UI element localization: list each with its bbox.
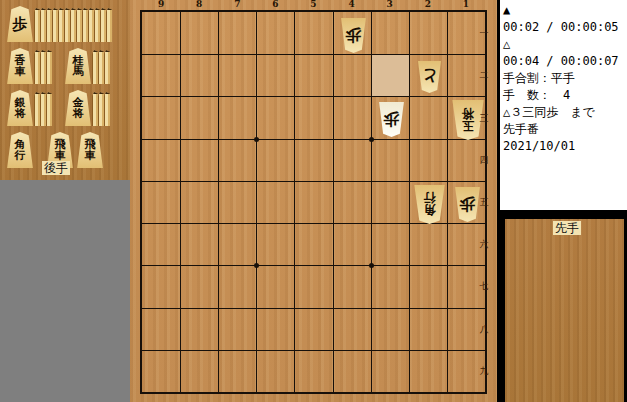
hand-piece-edge-歩 <box>106 8 112 42</box>
board-grid-line-v <box>371 12 372 392</box>
hand-piece-edge-歩 <box>100 8 106 42</box>
last-move-line: △３三同歩 まで <box>503 105 595 119</box>
board-grid-line-h <box>142 96 485 97</box>
rank-label-3: 三 <box>479 113 489 123</box>
hand-piece-edge-香 <box>34 50 40 84</box>
hand-piece-edge-金 <box>104 92 110 126</box>
gote-hand-row-1: 歩 <box>6 6 112 42</box>
hand-piece-edge-歩 <box>82 8 88 42</box>
piece-glyph: 飛車 <box>85 139 96 161</box>
board-grid-line-v <box>256 12 257 392</box>
gote-tray-label: 後手 <box>42 161 70 175</box>
shogi-app-window: 歩香車桂馬銀将金将角行飛車飛車 後手 歩と歩玉将角行歩 987654321一二三… <box>0 0 627 402</box>
rank-label-4: 四 <box>479 155 489 165</box>
board-star-point <box>369 263 374 268</box>
hand-piece-飛[interactable]: 飛車 <box>76 132 104 168</box>
hand-stack-銀-x4[interactable]: 銀将 <box>6 90 52 126</box>
board-star-point <box>254 137 259 142</box>
file-label-5: 5 <box>304 0 324 9</box>
sente-tray-label: 先手 <box>553 221 581 235</box>
piece-glyph: 歩 <box>13 16 28 32</box>
shogi-board[interactable]: 歩と歩玉将角行歩 <box>140 10 487 394</box>
gote-clock: 00:04 / 00:00:07 <box>503 54 619 68</box>
file-label-3: 3 <box>380 0 400 9</box>
hand-piece-edge-桂 <box>104 50 110 84</box>
game-info-panel: ▲ 00:02 / 00:00:05 △ 00:04 / 00:00:07 手合… <box>500 0 627 213</box>
sente-mark: ▲ <box>503 3 510 17</box>
hand-piece-edge-歩 <box>52 8 58 42</box>
rank-label-9: 九 <box>479 366 489 376</box>
rank-label-6: 六 <box>479 239 489 249</box>
file-label-6: 6 <box>265 0 285 9</box>
rank-label-1: 一 <box>479 28 489 38</box>
hand-stack-香-x4[interactable]: 香車 <box>6 48 52 84</box>
hand-piece-歩[interactable]: 歩 <box>6 6 34 42</box>
hand-piece-edge-銀 <box>40 92 46 126</box>
board-grid-line-h <box>142 265 485 266</box>
piece-glyph: 角行 <box>424 192 436 216</box>
hand-piece-edge-歩 <box>76 8 82 42</box>
board-piece-歩-1五[interactable]: 歩 <box>454 187 481 222</box>
board-star-point <box>369 137 374 142</box>
date-line: 2021/10/01 <box>503 139 575 153</box>
sente-clock: 00:02 / 00:00:05 <box>503 20 619 34</box>
hand-piece-金[interactable]: 金将 <box>64 90 92 126</box>
move-count-line: 手 数： 4 <box>503 88 570 102</box>
board-grid-line-h <box>142 54 485 55</box>
piece-glyph: 金将 <box>73 97 84 119</box>
hand-piece-edge-桂 <box>98 50 104 84</box>
hand-piece-桂[interactable]: 桂馬 <box>64 48 92 84</box>
hand-piece-銀[interactable]: 銀将 <box>6 90 34 126</box>
info-column: ▲ 00:02 / 00:00:05 △ 00:04 / 00:00:07 手合… <box>497 0 627 402</box>
file-label-4: 4 <box>342 0 362 9</box>
hand-piece-香[interactable]: 香車 <box>6 48 34 84</box>
hand-piece-角[interactable]: 角行 <box>6 132 34 168</box>
hand-piece-edge-銀 <box>34 92 40 126</box>
gote-captured-tray: 歩香車桂馬銀将金将角行飛車飛車 <box>0 0 130 180</box>
piece-glyph: 歩 <box>346 27 362 44</box>
hand-stack-角-x1[interactable]: 角行 <box>6 132 34 168</box>
hand-piece-edge-香 <box>46 50 52 84</box>
piece-glyph: 銀将 <box>15 97 26 119</box>
hand-piece-edge-歩 <box>58 8 64 42</box>
gote-mark: △ <box>503 37 510 51</box>
file-label-7: 7 <box>227 0 247 9</box>
board-grid-line-h <box>142 350 485 351</box>
rank-label-5: 五 <box>479 197 489 207</box>
board-grid-line-v <box>180 12 181 392</box>
hand-piece-edge-歩 <box>70 8 76 42</box>
turn-line: 先手番 <box>503 122 539 136</box>
piece-glyph: 角行 <box>15 139 26 161</box>
hand-stack-金-x4[interactable]: 金将 <box>64 90 110 126</box>
piece-glyph: と <box>422 69 438 86</box>
board-piece-角-2五[interactable]: 角行 <box>413 185 446 224</box>
file-label-8: 8 <box>189 0 209 9</box>
board-grid-line-v <box>409 12 410 392</box>
hand-piece-edge-金 <box>92 92 98 126</box>
hand-stack-桂-x4[interactable]: 桂馬 <box>64 48 110 84</box>
hand-piece-edge-歩 <box>40 8 46 42</box>
board-piece-歩-4一[interactable]: 歩 <box>340 18 367 53</box>
board-grid-line-h <box>142 308 485 309</box>
board-grid-line-h <box>142 223 485 224</box>
file-label-9: 9 <box>151 0 171 9</box>
hand-piece-edge-銀 <box>46 92 52 126</box>
piece-glyph: 桂馬 <box>73 55 84 77</box>
board-star-point <box>254 263 259 268</box>
gote-hand-row-3: 銀将金将 <box>6 90 110 126</box>
board-piece-歩-3三[interactable]: 歩 <box>378 102 405 137</box>
board-piece-と-2二[interactable]: と <box>417 61 442 93</box>
board-area: 歩と歩玉将角行歩 987654321一二三四五六七八九 <box>130 0 497 402</box>
board-grid-line-v <box>447 12 448 392</box>
file-label-2: 2 <box>418 0 438 9</box>
gote-hand-row-2: 香車桂馬 <box>6 48 110 84</box>
piece-glyph: 歩 <box>460 196 476 213</box>
hand-piece-edge-歩 <box>46 8 52 42</box>
board-grid-line-v <box>218 12 219 392</box>
board-grid-line-v <box>333 12 334 392</box>
handicap-line: 手合割：平手 <box>503 71 575 85</box>
hand-piece-edge-歩 <box>94 8 100 42</box>
last-move-origin-highlight <box>372 55 409 96</box>
piece-glyph: 歩 <box>384 111 400 128</box>
piece-glyph: 飛車 <box>55 139 66 161</box>
rank-label-7: 七 <box>479 281 489 291</box>
board-grid-line-h <box>142 139 485 140</box>
hand-piece-edge-香 <box>40 50 46 84</box>
rank-label-8: 八 <box>479 324 489 334</box>
file-label-1: 1 <box>456 0 476 9</box>
hand-piece-edge-歩 <box>64 8 70 42</box>
hand-stack-歩-x14[interactable]: 歩 <box>6 6 112 42</box>
piece-glyph: 玉将 <box>462 108 474 132</box>
hand-piece-edge-桂 <box>92 50 98 84</box>
gote-hand-column: 歩香車桂馬銀将金将角行飛車飛車 後手 <box>0 0 130 402</box>
rank-label-2: 二 <box>479 70 489 80</box>
sente-captured-tray: 先手 <box>505 219 624 402</box>
hand-piece-edge-歩 <box>34 8 40 42</box>
board-grid-line-v <box>294 12 295 392</box>
hand-piece-edge-金 <box>98 92 104 126</box>
board-grid-line-h <box>142 181 485 182</box>
hand-piece-edge-歩 <box>88 8 94 42</box>
piece-glyph: 香車 <box>15 55 26 77</box>
left-gray-filler <box>0 180 130 402</box>
